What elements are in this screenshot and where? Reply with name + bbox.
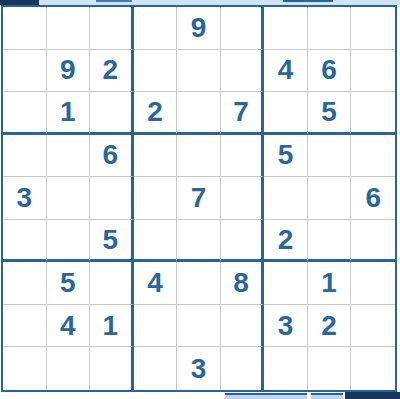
bottom-navy-block <box>345 392 400 399</box>
cell-r9c1[interactable] <box>3 347 47 390</box>
cell-r6c2[interactable] <box>47 220 91 263</box>
cell-r2c2[interactable]: 9 <box>47 50 91 93</box>
cell-r3c9[interactable] <box>351 92 395 135</box>
cell-r1c7[interactable] <box>264 7 308 50</box>
cell-r9c6[interactable] <box>221 347 265 390</box>
cell-r2c4[interactable] <box>134 50 178 93</box>
cell-r8c9[interactable] <box>351 305 395 348</box>
cell-r2c8[interactable]: 6 <box>308 50 352 93</box>
cell-r6c5[interactable] <box>177 220 221 263</box>
cell-r3c5[interactable] <box>177 92 221 135</box>
cell-r1c4[interactable] <box>134 7 178 50</box>
cell-r5c6[interactable] <box>221 177 265 220</box>
cell-r2c7[interactable]: 4 <box>264 50 308 93</box>
cell-r3c7[interactable] <box>264 92 308 135</box>
cell-r7c9[interactable] <box>351 262 395 305</box>
cell-r9c9[interactable] <box>351 347 395 390</box>
clipped-bottom-button <box>311 393 343 399</box>
cell-r9c3[interactable] <box>90 347 134 390</box>
cell-r5c9[interactable]: 6 <box>351 177 395 220</box>
cell-r7c5[interactable] <box>177 262 221 305</box>
cell-r4c8[interactable] <box>308 135 352 178</box>
cell-r9c8[interactable] <box>308 347 352 390</box>
cell-r6c7[interactable]: 2 <box>264 220 308 263</box>
cell-r7c2[interactable]: 5 <box>47 262 91 305</box>
cell-r5c2[interactable] <box>47 177 91 220</box>
cell-r5c4[interactable] <box>134 177 178 220</box>
cell-r8c8[interactable]: 2 <box>308 305 352 348</box>
cell-r1c8[interactable] <box>308 7 352 50</box>
cell-r3c8[interactable]: 5 <box>308 92 352 135</box>
cell-r2c9[interactable] <box>351 50 395 93</box>
cell-r5c8[interactable] <box>308 177 352 220</box>
cell-r5c5[interactable]: 7 <box>177 177 221 220</box>
cell-r2c1[interactable] <box>3 50 47 93</box>
cell-r7c6[interactable]: 8 <box>221 262 265 305</box>
cell-r8c5[interactable] <box>177 305 221 348</box>
cell-r3c3[interactable] <box>90 92 134 135</box>
cell-r5c7[interactable] <box>264 177 308 220</box>
cell-r4c4[interactable] <box>134 135 178 178</box>
cell-r1c6[interactable] <box>221 7 265 50</box>
cell-r1c9[interactable] <box>351 7 395 50</box>
cell-r4c1[interactable] <box>3 135 47 178</box>
cell-r1c1[interactable] <box>3 7 47 50</box>
clipped-bottom-button <box>225 393 307 399</box>
cell-r6c9[interactable] <box>351 220 395 263</box>
cell-r2c3[interactable]: 2 <box>90 50 134 93</box>
cell-r1c2[interactable] <box>47 7 91 50</box>
cell-r7c4[interactable]: 4 <box>134 262 178 305</box>
cell-r7c1[interactable] <box>3 262 47 305</box>
cell-r8c2[interactable]: 4 <box>47 305 91 348</box>
cell-r6c4[interactable] <box>134 220 178 263</box>
cell-r8c1[interactable] <box>3 305 47 348</box>
cell-r9c5[interactable]: 3 <box>177 347 221 390</box>
cell-r9c2[interactable] <box>47 347 91 390</box>
cell-r3c6[interactable]: 7 <box>221 92 265 135</box>
cell-r4c2[interactable] <box>47 135 91 178</box>
cell-r9c7[interactable] <box>264 347 308 390</box>
cell-r6c8[interactable] <box>308 220 352 263</box>
cell-r3c1[interactable] <box>3 92 47 135</box>
cell-r7c7[interactable] <box>264 262 308 305</box>
cell-r4c5[interactable] <box>177 135 221 178</box>
cell-r9c4[interactable] <box>134 347 178 390</box>
cell-r7c8[interactable]: 1 <box>308 262 352 305</box>
cell-r8c7[interactable]: 3 <box>264 305 308 348</box>
cell-r4c9[interactable] <box>351 135 395 178</box>
cell-r6c6[interactable] <box>221 220 265 263</box>
cell-r7c3[interactable] <box>90 262 134 305</box>
cell-r8c4[interactable] <box>134 305 178 348</box>
cell-r4c7[interactable]: 5 <box>264 135 308 178</box>
cell-r8c3[interactable]: 1 <box>90 305 134 348</box>
cell-r4c6[interactable] <box>221 135 265 178</box>
sudoku-board: 9924612756537652548141323 <box>1 5 397 392</box>
top-bar-dash <box>283 0 333 2</box>
cell-r1c3[interactable] <box>90 7 134 50</box>
top-bar-dash <box>96 0 132 2</box>
cell-r5c3[interactable] <box>90 177 134 220</box>
cell-r8c6[interactable] <box>221 305 265 348</box>
cell-r1c5[interactable]: 9 <box>177 7 221 50</box>
cell-r2c5[interactable] <box>177 50 221 93</box>
cell-r5c1[interactable]: 3 <box>3 177 47 220</box>
cell-r6c1[interactable] <box>3 220 47 263</box>
cell-r4c3[interactable]: 6 <box>90 135 134 178</box>
cell-r6c3[interactable]: 5 <box>90 220 134 263</box>
cell-r2c6[interactable] <box>221 50 265 93</box>
cell-r3c4[interactable]: 2 <box>134 92 178 135</box>
clipped-bottom-bar <box>0 392 400 399</box>
cell-r3c2[interactable]: 1 <box>47 92 91 135</box>
